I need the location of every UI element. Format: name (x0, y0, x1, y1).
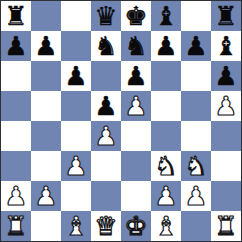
square-g5[interactable] (181, 91, 211, 121)
square-d5[interactable]: ♟ (91, 91, 121, 121)
square-d6[interactable] (91, 61, 121, 91)
white-pawn[interactable]: ♟ (211, 91, 241, 121)
square-a8[interactable]: ♜ (1, 1, 31, 31)
square-a4[interactable] (1, 121, 31, 151)
white-king[interactable]: ♚ (121, 211, 151, 241)
square-f5[interactable] (151, 91, 181, 121)
square-a5[interactable] (1, 91, 31, 121)
chess-board: ♜♛♚♝♜♟♟♞♞♟♟♝♟♟♟♟♟♟♟♟♞♞♟♟♟♟♜♝♛♚♝♜ (0, 0, 242, 242)
square-f3[interactable]: ♞ (151, 151, 181, 181)
square-c3[interactable]: ♟ (61, 151, 91, 181)
square-g3[interactable]: ♞ (181, 151, 211, 181)
square-a3[interactable] (1, 151, 31, 181)
square-c2[interactable] (61, 181, 91, 211)
square-d3[interactable] (91, 151, 121, 181)
square-g2[interactable]: ♟ (181, 181, 211, 211)
square-e8[interactable]: ♚ (121, 1, 151, 31)
square-h3[interactable] (211, 151, 241, 181)
black-pawn[interactable]: ♟ (181, 31, 211, 61)
square-b3[interactable] (31, 151, 61, 181)
square-a2[interactable]: ♟ (1, 181, 31, 211)
black-knight[interactable]: ♞ (91, 31, 121, 61)
square-e3[interactable] (121, 151, 151, 181)
white-pawn[interactable]: ♟ (1, 181, 31, 211)
square-e2[interactable] (121, 181, 151, 211)
square-d8[interactable]: ♛ (91, 1, 121, 31)
square-c8[interactable] (61, 1, 91, 31)
white-bishop[interactable]: ♝ (151, 211, 181, 241)
square-h5[interactable]: ♟ (211, 91, 241, 121)
square-h1[interactable]: ♜ (211, 211, 241, 241)
square-c6[interactable]: ♟ (61, 61, 91, 91)
square-e6[interactable]: ♟ (121, 61, 151, 91)
square-a6[interactable] (1, 61, 31, 91)
white-pawn[interactable]: ♟ (121, 91, 151, 121)
square-f6[interactable] (151, 61, 181, 91)
white-bishop[interactable]: ♝ (61, 211, 91, 241)
black-bishop[interactable]: ♝ (151, 1, 181, 31)
square-g1[interactable] (181, 211, 211, 241)
square-f7[interactable]: ♟ (151, 31, 181, 61)
white-pawn[interactable]: ♟ (61, 151, 91, 181)
square-a7[interactable]: ♟ (1, 31, 31, 61)
black-pawn[interactable]: ♟ (151, 31, 181, 61)
square-g4[interactable] (181, 121, 211, 151)
square-f4[interactable] (151, 121, 181, 151)
square-f1[interactable]: ♝ (151, 211, 181, 241)
square-e4[interactable] (121, 121, 151, 151)
black-pawn[interactable]: ♟ (211, 61, 241, 91)
square-h4[interactable] (211, 121, 241, 151)
white-pawn[interactable]: ♟ (151, 181, 181, 211)
square-b1[interactable] (31, 211, 61, 241)
square-g7[interactable]: ♟ (181, 31, 211, 61)
square-h6[interactable]: ♟ (211, 61, 241, 91)
square-c5[interactable] (61, 91, 91, 121)
white-knight[interactable]: ♞ (181, 151, 211, 181)
white-rook[interactable]: ♜ (1, 211, 31, 241)
square-e5[interactable]: ♟ (121, 91, 151, 121)
square-a1[interactable]: ♜ (1, 211, 31, 241)
black-pawn[interactable]: ♟ (61, 61, 91, 91)
square-g8[interactable] (181, 1, 211, 31)
square-b4[interactable] (31, 121, 61, 151)
square-c7[interactable] (61, 31, 91, 61)
black-king[interactable]: ♚ (121, 1, 151, 31)
square-h7[interactable]: ♝ (211, 31, 241, 61)
square-h2[interactable] (211, 181, 241, 211)
square-d4[interactable]: ♟ (91, 121, 121, 151)
white-pawn[interactable]: ♟ (31, 181, 61, 211)
square-e7[interactable]: ♞ (121, 31, 151, 61)
square-h8[interactable]: ♜ (211, 1, 241, 31)
black-pawn[interactable]: ♟ (121, 61, 151, 91)
square-f8[interactable]: ♝ (151, 1, 181, 31)
black-rook[interactable]: ♜ (211, 1, 241, 31)
square-f2[interactable]: ♟ (151, 181, 181, 211)
white-knight[interactable]: ♞ (151, 151, 181, 181)
square-b6[interactable] (31, 61, 61, 91)
white-pawn[interactable]: ♟ (91, 121, 121, 151)
square-c4[interactable] (61, 121, 91, 151)
square-d1[interactable]: ♛ (91, 211, 121, 241)
white-queen[interactable]: ♛ (91, 211, 121, 241)
square-e1[interactable]: ♚ (121, 211, 151, 241)
square-b5[interactable] (31, 91, 61, 121)
square-b7[interactable]: ♟ (31, 31, 61, 61)
black-pawn[interactable]: ♟ (1, 31, 31, 61)
square-c1[interactable]: ♝ (61, 211, 91, 241)
chess-board-container: ♜♛♚♝♜♟♟♞♞♟♟♝♟♟♟♟♟♟♟♟♞♞♟♟♟♟♜♝♛♚♝♜ (0, 0, 242, 242)
black-knight[interactable]: ♞ (121, 31, 151, 61)
white-pawn[interactable]: ♟ (181, 181, 211, 211)
black-pawn[interactable]: ♟ (31, 31, 61, 61)
square-g6[interactable] (181, 61, 211, 91)
square-b2[interactable]: ♟ (31, 181, 61, 211)
black-queen[interactable]: ♛ (91, 1, 121, 31)
black-bishop[interactable]: ♝ (211, 31, 241, 61)
black-rook[interactable]: ♜ (1, 1, 31, 31)
black-pawn[interactable]: ♟ (91, 91, 121, 121)
square-d7[interactable]: ♞ (91, 31, 121, 61)
square-b8[interactable] (31, 1, 61, 31)
square-d2[interactable] (91, 181, 121, 211)
white-rook[interactable]: ♜ (211, 211, 241, 241)
